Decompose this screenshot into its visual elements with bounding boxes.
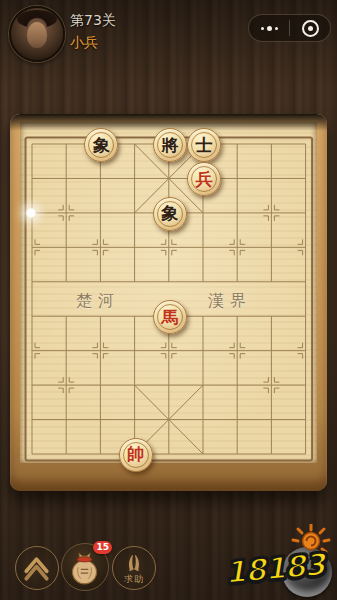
- praying-hands-icon: [122, 553, 146, 575]
- board-surface[interactable]: [20, 122, 317, 463]
- piece-black-士[interactable]: 士: [187, 128, 221, 162]
- sparkle-effect: [25, 207, 37, 219]
- hint-count-badge: 15: [93, 541, 112, 554]
- piece-black-將[interactable]: 將: [153, 128, 187, 162]
- menu-button[interactable]: [15, 546, 59, 590]
- player-avatar: [9, 6, 65, 62]
- 18183-watermark: 18183: [221, 524, 337, 600]
- wechat-capsule: [248, 14, 331, 42]
- piece-red-馬[interactable]: 馬: [153, 300, 187, 334]
- capsule-home-button[interactable]: [290, 15, 330, 41]
- piece-red-帥[interactable]: 帥: [119, 438, 153, 472]
- game-screen: 第73关 小兵 楚河 漢界 象將士兵象馬帥 15: [0, 0, 337, 600]
- mountain-chevron-icon: [16, 547, 57, 588]
- more-button[interactable]: [249, 15, 289, 41]
- ask-help-button[interactable]: 求助: [112, 546, 156, 590]
- level-title: 第73关: [70, 12, 116, 30]
- player-rank: 小兵: [70, 34, 98, 52]
- hint-bag-button[interactable]: 15: [61, 543, 109, 591]
- river-label-left: 楚河: [76, 291, 120, 312]
- help-label: 求助: [124, 575, 144, 584]
- piece-black-象[interactable]: 象: [153, 197, 187, 231]
- river-label-right: 漢界: [208, 291, 252, 312]
- more-icon: [261, 26, 278, 31]
- capsule-home-icon: [302, 20, 319, 37]
